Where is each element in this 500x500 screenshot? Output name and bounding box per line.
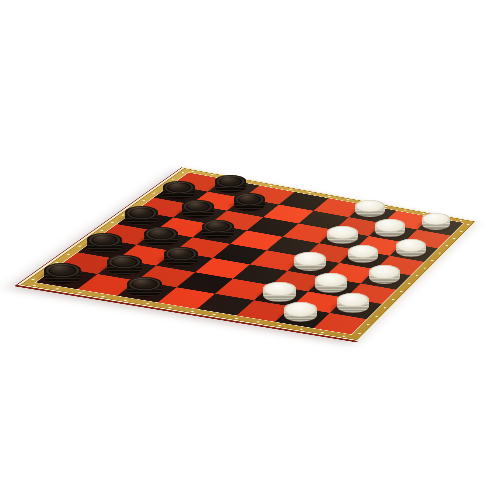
board-grid (36, 173, 463, 335)
product-photo (0, 0, 500, 500)
checkers-board (17, 167, 477, 341)
